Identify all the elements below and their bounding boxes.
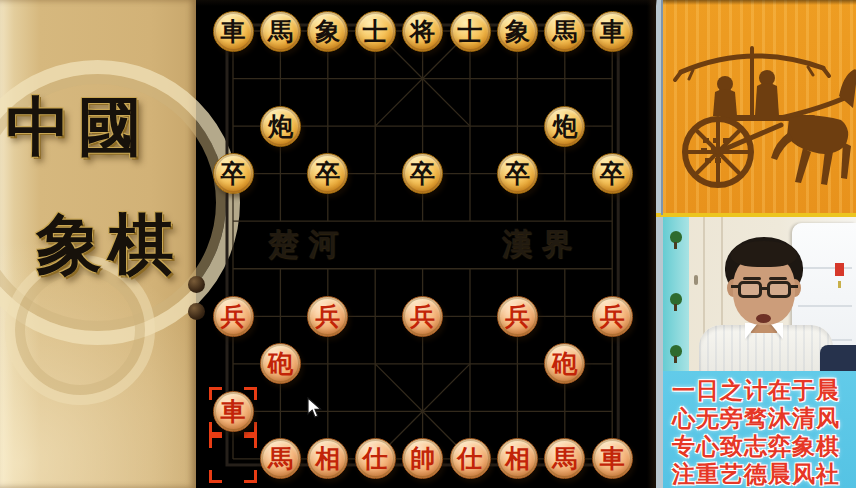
app-title-line1: 中國 xyxy=(6,84,150,171)
piece-兵-red[interactable]: 兵 xyxy=(402,296,443,337)
door-hinge xyxy=(694,275,698,285)
glasses-lens xyxy=(738,281,762,298)
person-mouth xyxy=(756,314,771,323)
piece-兵-red[interactable]: 兵 xyxy=(497,296,538,337)
person-fringe xyxy=(731,241,797,267)
dark-object xyxy=(820,345,856,371)
river-label-right: 漢界 xyxy=(482,224,602,265)
mouse-cursor-icon xyxy=(307,397,323,419)
motto-line: 一日之计在于晨 xyxy=(672,376,856,404)
piece-士-black[interactable]: 士 xyxy=(355,11,396,52)
motto-line: 心无旁骛沐清风 xyxy=(672,404,856,432)
piece-象-black[interactable]: 象 xyxy=(307,11,348,52)
glasses-temple xyxy=(790,285,798,288)
chariot-drawing xyxy=(663,0,856,213)
piece-卒-black[interactable]: 卒 xyxy=(402,153,443,194)
piece-馬-black[interactable]: 馬 xyxy=(260,11,301,52)
piece-将-black[interactable]: 将 xyxy=(402,11,443,52)
last-move-marker xyxy=(209,435,257,483)
piece-砲-red[interactable]: 砲 xyxy=(260,343,301,384)
fridge-sticker xyxy=(835,263,844,276)
piece-炮-black[interactable]: 炮 xyxy=(260,106,301,147)
piece-象-black[interactable]: 象 xyxy=(497,11,538,52)
piece-車-red[interactable]: 車 xyxy=(592,438,633,479)
frame-knob xyxy=(188,303,205,320)
right-panel: 一日之计在于晨 心无旁骛沐清风 专心致志弈象棋 注重艺德晨风社 xyxy=(656,0,856,488)
piece-卒-black[interactable]: 卒 xyxy=(213,153,254,194)
xiangqi-board[interactable]: 楚河 漢界 車馬象士将士象馬車炮炮卒卒卒卒卒兵兵兵兵兵砲砲車馬相仕帥仕相馬車 xyxy=(196,0,657,488)
piece-車-black[interactable]: 車 xyxy=(592,11,633,52)
panel-divider-line xyxy=(661,0,663,215)
tree-icon xyxy=(669,293,683,311)
shirt-collar xyxy=(745,323,783,341)
chariot-artwork xyxy=(663,0,856,213)
piece-士-black[interactable]: 士 xyxy=(450,11,491,52)
piece-兵-red[interactable]: 兵 xyxy=(213,296,254,337)
glasses-bridge xyxy=(762,287,768,290)
piece-馬-black[interactable]: 馬 xyxy=(544,11,585,52)
piece-卒-black[interactable]: 卒 xyxy=(592,153,633,194)
piece-炮-black[interactable]: 炮 xyxy=(544,106,585,147)
piece-仕-red[interactable]: 仕 xyxy=(355,438,396,479)
piece-車-red[interactable]: 車 xyxy=(213,391,254,432)
tree-icon xyxy=(669,231,683,249)
piece-兵-red[interactable]: 兵 xyxy=(307,296,348,337)
app-window: 中國 象棋 楚河 漢界 車馬象士将士象馬車炮炮卒卒卒卒卒兵兵兵兵兵砲砲車馬相仕帥… xyxy=(0,0,856,488)
glasses-temple xyxy=(731,285,739,288)
app-title-line2: 象棋 xyxy=(36,200,180,290)
glasses-lens xyxy=(767,281,791,298)
river-label-left: 楚河 xyxy=(248,224,368,265)
webcam-video xyxy=(663,217,856,371)
motto-line: 专心致志弈象棋 xyxy=(672,432,856,460)
person-eyebrow xyxy=(743,277,761,280)
piece-卒-black[interactable]: 卒 xyxy=(497,153,538,194)
person-eyebrow xyxy=(769,277,787,280)
piece-兵-red[interactable]: 兵 xyxy=(592,296,633,337)
piece-車-black[interactable]: 車 xyxy=(213,11,254,52)
frame-knob xyxy=(188,276,205,293)
motto-panel: 一日之计在于晨 心无旁骛沐清风 专心致志弈象棋 注重艺德晨风社 xyxy=(663,371,856,488)
piece-仕-red[interactable]: 仕 xyxy=(450,438,491,479)
motto-line: 注重艺德晨风社 xyxy=(672,460,856,488)
left-banner: 中國 象棋 xyxy=(0,0,196,488)
tree-icon xyxy=(669,345,683,363)
